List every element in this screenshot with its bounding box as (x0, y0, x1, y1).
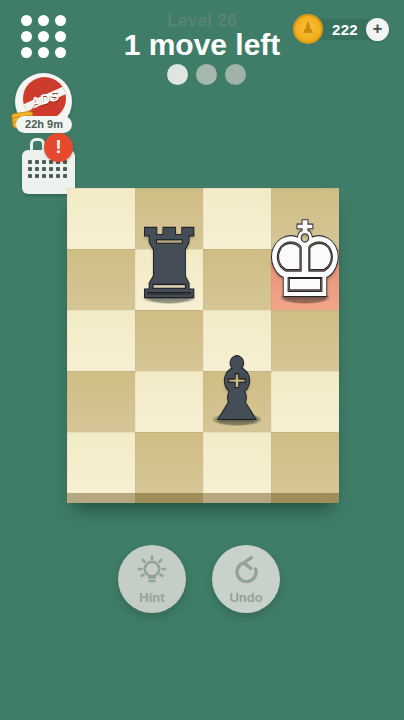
hint-button[interactable]: Hint (118, 545, 186, 613)
calendar-dot (35, 160, 39, 164)
calendar-dot (42, 167, 46, 171)
coin-count: 222 (332, 19, 358, 40)
alert-icon: ! (56, 137, 62, 157)
coin-icon: ♟ (293, 14, 323, 44)
progress-dot (196, 64, 217, 85)
ads-timer: 22h 9m (16, 116, 72, 133)
calendar-dot (56, 167, 60, 171)
board-square-b3[interactable] (135, 310, 203, 371)
app-screen: Level 26 1 move left 222 ♟ + ADS 22h 9m … (0, 0, 404, 720)
calendar-dots (28, 160, 67, 178)
board-square-d2[interactable] (271, 371, 339, 432)
progress-dot (225, 64, 246, 85)
piece-white-king[interactable]: ♚ (263, 209, 347, 312)
piece-black-rook[interactable]: ♜ (130, 217, 207, 312)
calendar-dot (42, 174, 46, 178)
hint-label: Hint (118, 590, 186, 605)
calendar-dot (35, 167, 39, 171)
board-square-a4[interactable] (67, 249, 135, 310)
board-edge-segment (67, 493, 135, 503)
calendar-dot (49, 167, 53, 171)
undo-arrow-icon (229, 554, 263, 588)
plus-icon: + (366, 18, 389, 40)
undo-button[interactable]: Undo (212, 545, 280, 613)
calendar-dot (42, 160, 46, 164)
ads-label: ADS (23, 85, 66, 112)
board-square-b2[interactable] (135, 371, 203, 432)
coin-pawn-icon: ♟ (301, 19, 314, 37)
calendar-dot (63, 167, 67, 171)
calendar-dot (28, 167, 32, 171)
board-square-c5[interactable] (203, 188, 271, 249)
undo-label: Undo (212, 590, 280, 605)
notification-badge: ! (44, 133, 73, 162)
board-square-d1[interactable] (271, 432, 339, 493)
board-edge-segment (135, 493, 203, 503)
calendar-dot (28, 160, 32, 164)
board-square-c4[interactable] (203, 249, 271, 310)
calendar-dot (56, 174, 60, 178)
ads-badge[interactable]: ADS 22h 9m (15, 73, 72, 130)
board-square-a5[interactable] (67, 188, 135, 249)
calendar-dot (28, 174, 32, 178)
board-square-a2[interactable] (67, 371, 135, 432)
board-square-b1[interactable] (135, 432, 203, 493)
board-square-a3[interactable] (67, 310, 135, 371)
board-square-c1[interactable] (203, 432, 271, 493)
board-edge (67, 493, 339, 503)
progress-dot (167, 64, 188, 85)
piece-black-bishop[interactable]: ♝ (202, 346, 272, 432)
calendar-dot (63, 174, 67, 178)
calendar-dot (35, 174, 39, 178)
calendar-dot (49, 174, 53, 178)
add-coins-button[interactable]: + (366, 18, 389, 41)
progress-dots (167, 64, 246, 85)
board-edge-segment (203, 493, 271, 503)
board-square-a1[interactable] (67, 432, 135, 493)
hint-lightbulb-icon (134, 554, 170, 590)
board-edge-segment (271, 493, 339, 503)
